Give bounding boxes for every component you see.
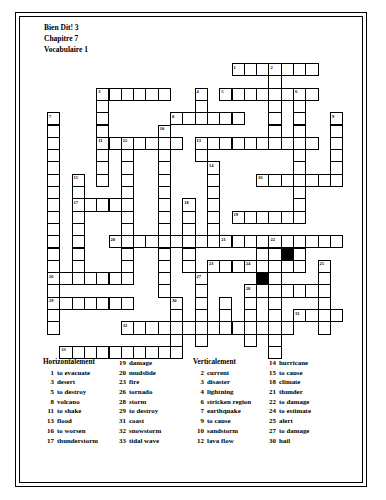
grid-cell — [232, 321, 245, 334]
grid-cell — [47, 186, 60, 199]
black-cell — [281, 248, 294, 261]
clue-item-number: 29 — [112, 406, 126, 416]
clue-item-text: to cause — [279, 368, 303, 378]
grid-cell — [256, 88, 269, 101]
clue-item-text: storm — [129, 397, 146, 407]
clue-item: 13flood — [40, 416, 98, 426]
clue-item-text: damage — [129, 358, 152, 368]
black-cell — [256, 272, 269, 285]
grid-cell — [293, 149, 306, 162]
clue-item-number: 19 — [112, 358, 126, 368]
grid-cell — [330, 125, 343, 138]
clue-item-number: 1 — [40, 368, 54, 378]
clue-item-text: tidal wave — [129, 436, 159, 446]
grid-cell — [244, 297, 257, 310]
grid-cell — [318, 284, 331, 297]
grid-cell — [268, 284, 281, 297]
grid-cell — [96, 112, 109, 125]
grid-cell — [281, 260, 294, 273]
clue-item-number: 32 — [112, 426, 126, 436]
grid-cell: 20 — [109, 235, 122, 248]
clue-item-text: earthquake — [207, 406, 241, 416]
grid-cell — [121, 272, 134, 285]
grid-cell — [318, 321, 331, 334]
grid-cell — [293, 284, 306, 297]
grid-cell — [268, 125, 281, 138]
clue-number: 21 — [221, 237, 226, 242]
grid-cell — [318, 235, 331, 248]
grid-cell — [182, 248, 195, 261]
grid-cell — [96, 161, 109, 174]
grid-cell — [158, 211, 171, 224]
grid-cell — [47, 161, 60, 174]
grid-cell — [195, 334, 208, 347]
grid-cell — [47, 284, 60, 297]
grid-cell — [170, 235, 183, 248]
grid-cell — [207, 235, 220, 248]
clue-number: 33 — [61, 347, 66, 352]
clue-item-number: 31 — [112, 416, 126, 426]
clue-item-text: fire — [129, 377, 139, 387]
clue-item-number: 21 — [262, 387, 276, 397]
grid-cell — [293, 186, 306, 199]
grid-cell: 18 — [182, 198, 195, 211]
grid-cell — [305, 63, 318, 76]
clue-item-number: 26 — [112, 387, 126, 397]
grid-cell — [121, 297, 134, 310]
grid-cell — [195, 284, 208, 297]
grid-cell — [268, 260, 281, 273]
title-line-book: Bien Dit! 3 — [44, 22, 88, 33]
grid-cell — [195, 297, 208, 310]
grid-cell — [121, 174, 134, 187]
grid-cell: 27 — [195, 272, 208, 285]
grid-cell — [219, 297, 232, 310]
grid-cell — [182, 321, 195, 334]
grid-cell: 25 — [318, 260, 331, 273]
grid-cell — [268, 75, 281, 88]
grid-cell: 30 — [170, 297, 183, 310]
clue-item-number: 12 — [190, 436, 204, 446]
clue-item-number: 14 — [262, 358, 276, 368]
grid-cell — [207, 112, 220, 125]
grid-cell — [158, 198, 171, 211]
across-clues-column-2: 19damage20mudslide23fire26tornado28storm… — [112, 358, 161, 445]
grid-cell — [219, 260, 232, 273]
clue-item-text: climate — [279, 377, 300, 387]
grid-cell — [281, 137, 294, 150]
clue-number: 1 — [234, 65, 236, 70]
clue-item-text: lava flow — [207, 436, 234, 446]
grid-cell — [244, 211, 257, 224]
clue-item-text: desert — [57, 377, 75, 387]
grid-cell: 9 — [330, 112, 343, 125]
grid-cell — [244, 235, 257, 248]
grid-cell — [268, 334, 281, 347]
clue-item-number: 33 — [112, 436, 126, 446]
clue-number: 15 — [74, 175, 79, 180]
grid-cell — [121, 161, 134, 174]
clue-item: 26tornado — [112, 387, 161, 397]
grid-cell — [293, 198, 306, 211]
grid-cell — [305, 137, 318, 150]
grid-cell — [109, 198, 122, 211]
grid-cell — [293, 260, 306, 273]
clue-item-number: 30 — [262, 436, 276, 446]
clue-item-text: mudslide — [129, 368, 156, 378]
clue-item-text: thunderstorm — [57, 436, 98, 446]
grid-cell — [293, 211, 306, 224]
grid-cell — [170, 321, 183, 334]
grid-cell: 26 — [47, 272, 60, 285]
grid-cell: 1 — [232, 63, 245, 76]
clue-item-number: 4 — [190, 387, 204, 397]
grid-cell — [182, 235, 195, 248]
clue-number: 32 — [123, 323, 128, 328]
grid-cell — [207, 211, 220, 224]
grid-cell — [318, 272, 331, 285]
grid-cell — [244, 88, 257, 101]
grid-cell — [72, 223, 85, 236]
clue-number: 16 — [258, 175, 263, 180]
clue-number: 3 — [98, 89, 100, 94]
grid-cell — [293, 174, 306, 187]
grid-cell: 11 — [96, 137, 109, 150]
grid-cell — [96, 174, 109, 187]
grid-cell — [244, 309, 257, 322]
clue-item-number: 17 — [40, 436, 54, 446]
grid-cell — [72, 186, 85, 199]
grid-cell — [330, 174, 343, 187]
grid-cell — [47, 235, 60, 248]
clue-item: 10sandstorm — [190, 426, 251, 436]
grid-cell — [121, 223, 134, 236]
grid-cell — [244, 321, 257, 334]
grid-cell: 7 — [47, 112, 60, 125]
grid-cell: 16 — [256, 174, 269, 187]
clue-item: 16to worsen — [40, 426, 98, 436]
clue-item: 17thunderstorm — [40, 436, 98, 446]
grid-cell — [158, 137, 171, 150]
grid-cell — [158, 321, 171, 334]
grid-cell — [96, 297, 109, 310]
grid-cell — [195, 149, 208, 162]
clue-item: 8volcano — [40, 397, 98, 407]
clue-item-text: coast — [129, 416, 144, 426]
clue-item-text: hurricane — [279, 358, 308, 368]
grid-cell — [121, 198, 134, 211]
clue-number: 5 — [221, 89, 223, 94]
grid-cell — [195, 321, 208, 334]
clue-item-text: current — [207, 368, 229, 378]
grid-cell — [121, 235, 134, 248]
grid-cell — [268, 112, 281, 125]
grid-cell — [232, 260, 245, 273]
grid-cell — [256, 284, 269, 297]
grid-cell — [207, 186, 220, 199]
grid-cell — [207, 223, 220, 236]
grid-cell — [281, 63, 294, 76]
clue-item: 5to destroy — [40, 387, 98, 397]
clue-item-text: to destroy — [129, 406, 158, 416]
clue-item-text: snowstorm — [129, 426, 161, 436]
grid-cell — [158, 284, 171, 297]
grid-cell — [330, 235, 343, 248]
grid-cell — [72, 235, 85, 248]
grid-cell — [195, 112, 208, 125]
grid-cell — [219, 321, 232, 334]
grid-cell: 31 — [293, 309, 306, 322]
clue-number: 28 — [246, 286, 251, 291]
grid-cell: 29 — [47, 297, 60, 310]
clue-item-text: volcano — [57, 397, 80, 407]
clue-section: Horizontalement 1to evacuate3desert5to d… — [0, 358, 386, 458]
clue-item: 30hail — [262, 436, 311, 446]
grid-cell — [84, 297, 97, 310]
clue-item-number: 28 — [112, 397, 126, 407]
clue-item-text: to evacuate — [57, 368, 90, 378]
grid-cell — [121, 260, 134, 273]
grid-cell — [72, 272, 85, 285]
grid-cell — [207, 137, 220, 150]
clue-item-text: to cause — [207, 416, 231, 426]
grid-cell — [121, 88, 134, 101]
grid-cell — [232, 112, 245, 125]
clue-item: 12lava flow — [190, 436, 251, 446]
grid-cell — [268, 272, 281, 285]
clue-number: 7 — [49, 114, 51, 119]
grid-cell — [268, 321, 281, 334]
clue-item-text: alert — [279, 416, 293, 426]
clue-item: 31coast — [112, 416, 161, 426]
clue-item-text: to shake — [57, 406, 81, 416]
grid-cell — [330, 161, 343, 174]
clue-item: 18climate — [262, 377, 311, 387]
clue-number: 27 — [197, 274, 202, 279]
grid-cell — [96, 125, 109, 138]
grid-cell — [195, 100, 208, 113]
grid-cell — [195, 235, 208, 248]
grid-cell — [256, 260, 269, 273]
grid-cell — [244, 137, 257, 150]
grid-cell — [158, 186, 171, 199]
grid-cell — [109, 297, 122, 310]
clue-item: 28storm — [112, 397, 161, 407]
grid-cell — [96, 272, 109, 285]
grid-cell — [158, 174, 171, 187]
clue-item-number: 2 — [190, 368, 204, 378]
clue-number: 24 — [246, 261, 251, 266]
grid-cell — [268, 211, 281, 224]
clue-number: 17 — [74, 200, 79, 205]
clue-item-number: 9 — [190, 416, 204, 426]
grid-cell: 2 — [268, 63, 281, 76]
grid-cell — [305, 174, 318, 187]
clue-item-number: 23 — [112, 377, 126, 387]
grid-cell: 19 — [232, 211, 245, 224]
grid-cell — [293, 161, 306, 174]
clue-item-number: 3 — [40, 377, 54, 387]
grid-cell — [256, 63, 269, 76]
clue-number: 9 — [332, 114, 334, 119]
grid-cell — [305, 88, 318, 101]
clue-item: 15to cause — [262, 368, 311, 378]
grid-cell: 24 — [244, 260, 257, 273]
grid-cell — [182, 260, 195, 273]
grid-cell — [59, 272, 72, 285]
grid-cell — [182, 223, 195, 236]
clue-number: 25 — [320, 261, 325, 266]
grid-cell — [96, 149, 109, 162]
grid-cell — [281, 284, 294, 297]
worksheet-page: Bien Dit! 3 Chapitre 7 Vocabulaire 1 123… — [0, 0, 386, 500]
grid-cell: 12 — [121, 137, 134, 150]
clue-item-text: stricken region — [207, 397, 251, 407]
grid-cell — [133, 137, 146, 150]
clue-item: 11to shake — [40, 406, 98, 416]
clue-item-number: 27 — [262, 426, 276, 436]
clue-item: 3desert — [40, 377, 98, 387]
grid-cell — [133, 235, 146, 248]
grid-cell — [47, 137, 60, 150]
grid-cell — [47, 223, 60, 236]
grid-cell — [158, 149, 171, 162]
grid-cell — [207, 174, 220, 187]
grid-cell — [268, 88, 281, 101]
clue-item-text: hail — [279, 436, 290, 446]
grid-cell — [145, 88, 158, 101]
clue-item-number: 11 — [40, 406, 54, 416]
clue-number: 4 — [197, 89, 199, 94]
grid-cell — [121, 248, 134, 261]
clue-item-text: sandstorm — [207, 426, 238, 436]
grid-cell — [318, 297, 331, 310]
clue-item-number: 16 — [40, 426, 54, 436]
clue-item-number: 3 — [190, 377, 204, 387]
grid-cell — [47, 149, 60, 162]
grid-cell: 28 — [244, 284, 257, 297]
grid-cell — [293, 112, 306, 125]
grid-cell — [244, 63, 257, 76]
grid-cell — [293, 137, 306, 150]
down-header: Verticalement — [190, 358, 251, 368]
grid-cell — [256, 211, 269, 224]
crossword-grid: 1234567891011121314151617181920212223242… — [47, 63, 344, 360]
grid-cell — [145, 235, 158, 248]
clue-number: 13 — [197, 138, 202, 143]
clue-item-number: 13 — [40, 416, 54, 426]
clue-item: 29to destroy — [112, 406, 161, 416]
title-line-chapter: Chapitre 7 — [44, 33, 88, 44]
grid-cell — [47, 248, 60, 261]
clue-item: 3disaster — [190, 377, 251, 387]
clue-number: 23 — [209, 261, 214, 266]
grid-cell — [72, 248, 85, 261]
grid-cell — [293, 235, 306, 248]
grid-cell — [318, 174, 331, 187]
grid-cell — [158, 272, 171, 285]
clue-item-text: tornado — [129, 387, 152, 397]
clue-item-number: 6 — [190, 397, 204, 407]
grid-cell — [72, 260, 85, 273]
grid-cell — [232, 235, 245, 248]
grid-cell — [281, 235, 294, 248]
clue-item-text: flood — [57, 416, 72, 426]
clue-number: 20 — [111, 237, 116, 242]
grid-cell — [330, 149, 343, 162]
clue-number: 31 — [295, 311, 300, 316]
clue-item: 32snowstorm — [112, 426, 161, 436]
grid-cell — [256, 321, 269, 334]
clue-item-number: 15 — [262, 368, 276, 378]
grid-cell — [244, 334, 257, 347]
grid-cell — [158, 88, 171, 101]
title-line-vocab: Vocabulaire 1 — [44, 44, 88, 55]
grid-cell: 17 — [72, 198, 85, 211]
clue-number: 19 — [234, 212, 239, 217]
grid-cell — [72, 211, 85, 224]
clue-item-text: to destroy — [57, 387, 86, 397]
clue-item-number: 18 — [262, 377, 276, 387]
clue-item: 21thunder — [262, 387, 311, 397]
clue-item-text: disaster — [207, 377, 230, 387]
grid-cell — [256, 137, 269, 150]
grid-cell — [158, 248, 171, 261]
grid-cell — [281, 321, 294, 334]
grid-cell — [133, 321, 146, 334]
grid-cell — [281, 174, 294, 187]
grid-cell — [59, 297, 72, 310]
clue-number: 11 — [98, 138, 102, 143]
grid-cell — [219, 309, 232, 322]
clue-number: 12 — [123, 138, 128, 143]
clue-number: 26 — [49, 274, 54, 279]
clue-item-number: 20 — [112, 368, 126, 378]
grid-cell — [47, 198, 60, 211]
grid-cell: 32 — [121, 321, 134, 334]
grid-cell — [133, 88, 146, 101]
clue-item-number: 8 — [40, 397, 54, 407]
clue-item-number: 24 — [262, 406, 276, 416]
clue-item: 1to evacuate — [40, 368, 98, 378]
clue-item: 27to damage — [262, 426, 311, 436]
down-clues-column-2: 14hurricane15to cause18climate21thunder2… — [262, 358, 311, 445]
clue-number: 6 — [295, 89, 297, 94]
grid-cell — [47, 211, 60, 224]
across-clues-column-1: Horizontalement 1to evacuate3desert5to d… — [40, 358, 98, 445]
grid-cell: 5 — [219, 88, 232, 101]
grid-cell — [158, 223, 171, 236]
grid-cell — [219, 137, 232, 150]
clue-item: 6stricken region — [190, 397, 251, 407]
clue-item: 23fire — [112, 377, 161, 387]
grid-cell — [47, 174, 60, 187]
grid-cell — [47, 309, 60, 322]
grid-cell — [47, 125, 60, 138]
clue-item: 14hurricane — [262, 358, 311, 368]
grid-cell — [268, 174, 281, 187]
grid-cell — [256, 235, 269, 248]
grid-cell: 22 — [268, 235, 281, 248]
grid-cell — [84, 272, 97, 285]
grid-cell — [170, 137, 183, 150]
grid-cell — [96, 198, 109, 211]
grid-cell — [182, 211, 195, 224]
clue-item-text: to damage — [279, 426, 309, 436]
clue-item: 2current — [190, 368, 251, 378]
grid-cell — [121, 149, 134, 162]
clue-number: 2 — [270, 65, 272, 70]
